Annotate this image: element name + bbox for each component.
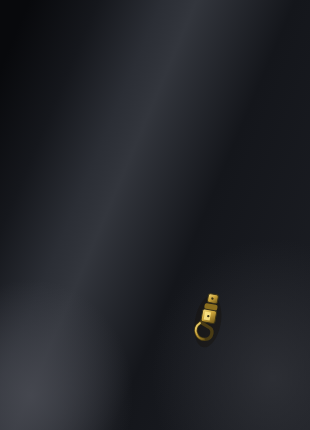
photo-scene xyxy=(0,0,310,430)
brass-clasp-icon xyxy=(191,291,229,353)
studio-backdrop xyxy=(0,0,310,430)
